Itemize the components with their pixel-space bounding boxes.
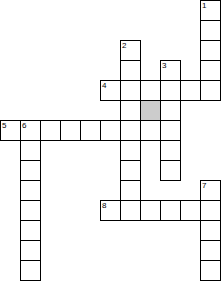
crossword-cell-r11c10[interactable]: [200, 220, 221, 241]
crossword-cell-r13c10[interactable]: [200, 260, 221, 281]
crossword-cell-r4c9[interactable]: [180, 80, 201, 101]
crossword-cell-r8c1[interactable]: [20, 160, 41, 181]
crossword-cell-r7c8[interactable]: [160, 140, 181, 161]
crossword-cell-r3c6[interactable]: [120, 60, 141, 81]
crossword-cell-r0c10[interactable]: 1: [200, 0, 221, 21]
crossword-cell-r9c6[interactable]: [120, 180, 141, 201]
crossword-cell-r7c1[interactable]: [20, 140, 41, 161]
blocked-cell-r5c7: [140, 100, 161, 121]
crossword-cell-r5c8[interactable]: [160, 100, 181, 121]
crossword-cell-r6c3[interactable]: [60, 120, 81, 141]
crossword-cell-r12c1[interactable]: [20, 240, 41, 261]
clue-number-1: 1: [202, 1, 206, 10]
crossword-cell-r6c1[interactable]: 6: [20, 120, 41, 141]
crossword-board: 12345678: [0, 0, 221, 281]
crossword-cell-r10c9[interactable]: [180, 200, 201, 221]
crossword-cell-r8c6[interactable]: [120, 160, 141, 181]
crossword-cell-r6c4[interactable]: [80, 120, 101, 141]
crossword-cell-r6c7[interactable]: [140, 120, 161, 141]
crossword-cell-r1c10[interactable]: [200, 20, 221, 41]
clue-number-2: 2: [122, 41, 126, 50]
crossword-cell-r4c5[interactable]: 4: [100, 80, 121, 101]
crossword-cell-r10c8[interactable]: [160, 200, 181, 221]
crossword-cell-r10c5[interactable]: 8: [100, 200, 121, 221]
crossword-cell-r12c10[interactable]: [200, 240, 221, 261]
clue-number-3: 3: [162, 61, 166, 70]
crossword-cell-r3c8[interactable]: 3: [160, 60, 181, 81]
clue-number-6: 6: [22, 121, 26, 130]
crossword-cell-r9c10[interactable]: 7: [200, 180, 221, 201]
crossword-cell-r3c10[interactable]: [200, 60, 221, 81]
clue-number-8: 8: [102, 201, 106, 210]
crossword-cell-r13c1[interactable]: [20, 260, 41, 281]
crossword-cell-r10c7[interactable]: [140, 200, 161, 221]
crossword-cell-r10c1[interactable]: [20, 200, 41, 221]
clue-number-5: 5: [2, 121, 6, 130]
crossword-cell-r2c6[interactable]: 2: [120, 40, 141, 61]
crossword-cell-r8c8[interactable]: [160, 160, 181, 181]
crossword-cell-r7c6[interactable]: [120, 140, 141, 161]
crossword-cell-r10c10[interactable]: [200, 200, 221, 221]
crossword-cell-r6c2[interactable]: [40, 120, 61, 141]
crossword-cell-r11c1[interactable]: [20, 220, 41, 241]
crossword-cell-r6c8[interactable]: [160, 120, 181, 141]
crossword-cell-r2c10[interactable]: [200, 40, 221, 61]
crossword-cell-r6c6[interactable]: [120, 120, 141, 141]
crossword-cell-r6c5[interactable]: [100, 120, 121, 141]
crossword-cell-r6c0[interactable]: 5: [0, 120, 21, 141]
crossword-cell-r4c10[interactable]: [200, 80, 221, 101]
crossword-cell-r9c1[interactable]: [20, 180, 41, 201]
crossword-cell-r4c8[interactable]: [160, 80, 181, 101]
clue-number-7: 7: [202, 181, 206, 190]
crossword-cell-r10c6[interactable]: [120, 200, 141, 221]
crossword-cell-r4c6[interactable]: [120, 80, 141, 101]
crossword-cell-r5c6[interactable]: [120, 100, 141, 121]
clue-number-4: 4: [102, 81, 106, 90]
crossword-cell-r4c7[interactable]: [140, 80, 161, 101]
